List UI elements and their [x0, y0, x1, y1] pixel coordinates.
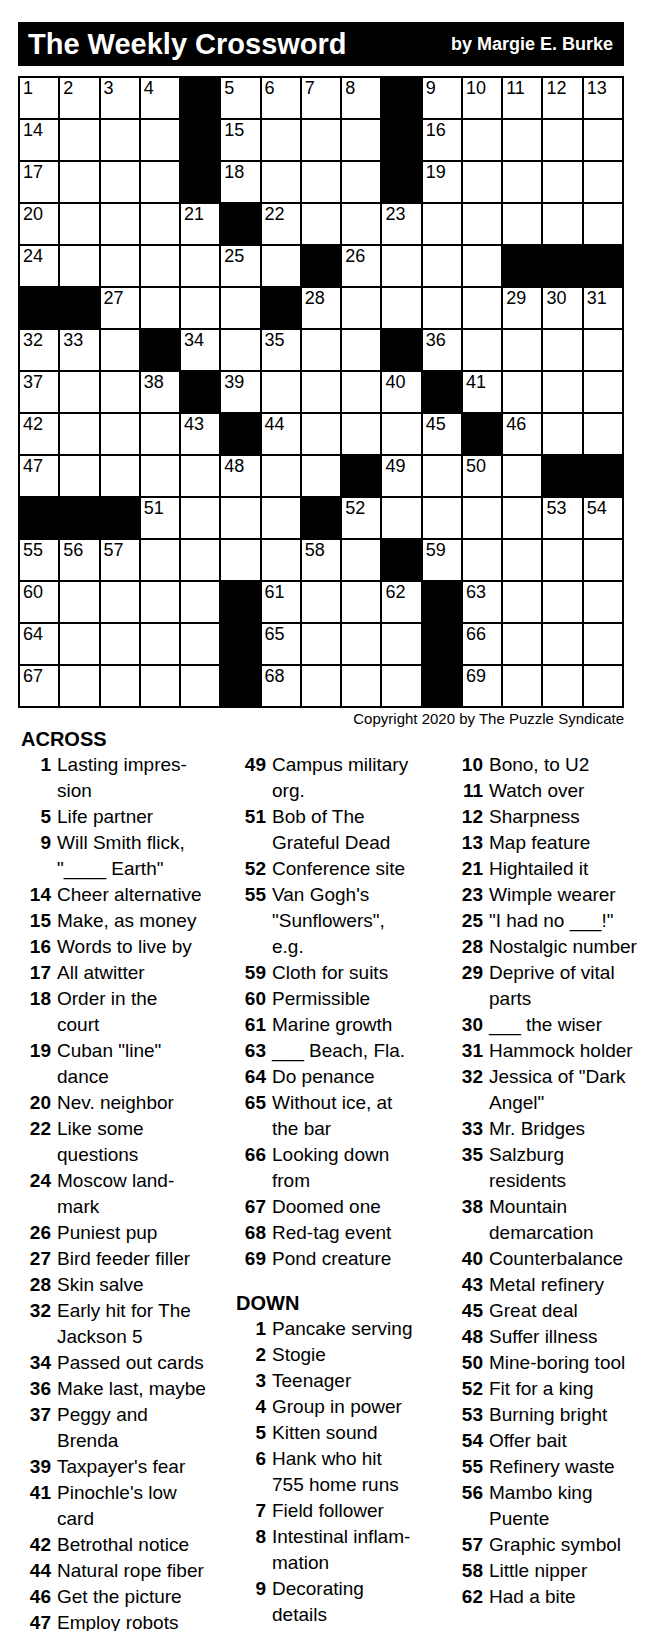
- grid-cell[interactable]: 4: [141, 78, 179, 118]
- clue-text: Puniest pup: [57, 1220, 157, 1246]
- clue-text: Early hit for TheJackson 5: [57, 1298, 191, 1350]
- grid-cell[interactable]: 68: [262, 666, 300, 706]
- grid-cell[interactable]: [181, 582, 219, 622]
- clue-item-down-12: 12Sharpness: [453, 804, 669, 830]
- grid-cell[interactable]: 42: [20, 414, 58, 454]
- grid-cell[interactable]: [141, 582, 179, 622]
- clue-number: 4: [236, 1394, 272, 1420]
- grid-cell[interactable]: 22: [262, 204, 300, 244]
- grid-cell[interactable]: [503, 666, 541, 706]
- cell-number: 65: [265, 625, 285, 644]
- grid-cell[interactable]: [101, 330, 139, 370]
- grid-cell[interactable]: [543, 582, 581, 622]
- cell-number: 1: [23, 79, 33, 98]
- clue-text: Offer bait: [489, 1428, 567, 1454]
- grid-cell[interactable]: 2: [60, 78, 98, 118]
- grid-cell[interactable]: [101, 204, 139, 244]
- grid-cell[interactable]: [463, 204, 501, 244]
- grid-cell[interactable]: [342, 288, 380, 328]
- grid-cell[interactable]: 56: [60, 540, 98, 580]
- grid-cell[interactable]: 69: [463, 666, 501, 706]
- clue-text: "I had no ___!": [489, 908, 613, 934]
- grid-cell[interactable]: [141, 414, 179, 454]
- grid-cell[interactable]: [302, 666, 340, 706]
- grid-cell[interactable]: [543, 666, 581, 706]
- clue-item-across-42: 42Betrothal notice: [21, 1532, 234, 1558]
- grid-cell[interactable]: 39: [221, 372, 259, 412]
- clue-item-down-10: 10Bono, to U2: [453, 752, 669, 778]
- clue-item-down-38: 38Mountaindemarcation: [453, 1194, 669, 1246]
- cell-number: 32: [23, 331, 43, 350]
- grid-cell[interactable]: [543, 372, 581, 412]
- grid-cell[interactable]: 61: [262, 582, 300, 622]
- clue-item-across-68: 68Red-tag event: [236, 1220, 451, 1246]
- grid-cell[interactable]: [463, 540, 501, 580]
- clue-number: 32: [453, 1064, 489, 1116]
- grid-cell[interactable]: 63: [463, 582, 501, 622]
- grid-cell[interactable]: [60, 456, 98, 496]
- clue-number: 52: [453, 1376, 489, 1402]
- grid-cell[interactable]: [101, 624, 139, 664]
- grid-cell[interactable]: [60, 204, 98, 244]
- clue-number: 22: [21, 1116, 57, 1168]
- clue-text: Get the picture: [57, 1584, 182, 1610]
- grid-cell[interactable]: 50: [463, 456, 501, 496]
- grid-cell[interactable]: [584, 372, 622, 412]
- grid-cell[interactable]: 51: [141, 498, 179, 538]
- grid-cell[interactable]: 16: [423, 120, 461, 160]
- clue-number: 65: [236, 1090, 272, 1142]
- grid-cell[interactable]: [382, 414, 420, 454]
- grid-cell[interactable]: [463, 162, 501, 202]
- grid-cell[interactable]: 48: [221, 456, 259, 496]
- grid-cell[interactable]: [181, 498, 219, 538]
- grid-cell[interactable]: [463, 246, 501, 286]
- clue-item-across-69: 69Pond creature: [236, 1246, 451, 1272]
- clue-number: 56: [453, 1480, 489, 1532]
- grid-cell[interactable]: 52: [342, 498, 380, 538]
- clue-item-across-37: 37Peggy andBrenda: [21, 1402, 234, 1454]
- black-cell: [382, 120, 420, 160]
- grid-cell[interactable]: [181, 624, 219, 664]
- clue-item-across-24: 24Moscow land-mark: [21, 1168, 234, 1220]
- clue-number: 66: [236, 1142, 272, 1194]
- grid-cell[interactable]: 25: [221, 246, 259, 286]
- clue-text: Field follower: [272, 1498, 384, 1524]
- clue-item-down-29: 29Deprive of vitalparts: [453, 960, 669, 1012]
- grid-cell[interactable]: [543, 204, 581, 244]
- grid-cell[interactable]: [342, 120, 380, 160]
- grid-cell[interactable]: [584, 204, 622, 244]
- cell-number: 45: [426, 415, 446, 434]
- grid-cell[interactable]: 9: [423, 78, 461, 118]
- black-cell: [423, 624, 461, 664]
- cell-number: 17: [23, 163, 43, 182]
- grid-cell[interactable]: [584, 330, 622, 370]
- grid-cell[interactable]: [584, 624, 622, 664]
- grid-cell[interactable]: 60: [20, 582, 58, 622]
- grid-cell[interactable]: [382, 288, 420, 328]
- grid-cell[interactable]: [101, 456, 139, 496]
- grid-cell[interactable]: 59: [423, 540, 461, 580]
- grid-cell[interactable]: [302, 162, 340, 202]
- grid-cell[interactable]: 29: [503, 288, 541, 328]
- grid-cell[interactable]: [543, 540, 581, 580]
- clue-number: 5: [236, 1420, 272, 1446]
- cell-number: 66: [466, 625, 486, 644]
- grid-cell[interactable]: [342, 372, 380, 412]
- grid-cell[interactable]: [60, 120, 98, 160]
- grid-cell[interactable]: 57: [101, 540, 139, 580]
- grid-cell[interactable]: 65: [262, 624, 300, 664]
- grid-cell[interactable]: [141, 246, 179, 286]
- grid-cell[interactable]: [584, 540, 622, 580]
- grid-cell[interactable]: [342, 414, 380, 454]
- grid-cell[interactable]: [382, 624, 420, 664]
- grid-cell[interactable]: 24: [20, 246, 58, 286]
- grid-cell[interactable]: 20: [20, 204, 58, 244]
- clue-number: 2: [236, 1342, 272, 1368]
- grid-cell[interactable]: 30: [543, 288, 581, 328]
- grid-cell[interactable]: 11: [503, 78, 541, 118]
- grid-cell[interactable]: 12: [543, 78, 581, 118]
- grid-cell[interactable]: [141, 288, 179, 328]
- clue-text: Words to live by: [57, 934, 192, 960]
- grid-cell[interactable]: [221, 540, 259, 580]
- black-cell: [342, 456, 380, 496]
- grid-cell[interactable]: 55: [20, 540, 58, 580]
- grid-cell[interactable]: [543, 624, 581, 664]
- black-cell: [221, 624, 259, 664]
- clue-item-down-8: 8Intestinal inflam-mation: [236, 1524, 451, 1576]
- grid-cell[interactable]: 41: [463, 372, 501, 412]
- clue-text: Jessica of "DarkAngel": [489, 1064, 626, 1116]
- grid-cell[interactable]: [584, 414, 622, 454]
- grid-cell[interactable]: [101, 666, 139, 706]
- grid-cell[interactable]: [463, 120, 501, 160]
- grid-cell[interactable]: [60, 162, 98, 202]
- clue-text: Suffer illness: [489, 1324, 597, 1350]
- grid-cell[interactable]: [503, 456, 541, 496]
- grid-cell[interactable]: [302, 330, 340, 370]
- grid-cell[interactable]: 31: [584, 288, 622, 328]
- grid-cell[interactable]: [382, 498, 420, 538]
- grid-cell[interactable]: [141, 456, 179, 496]
- grid-cell[interactable]: 40: [382, 372, 420, 412]
- grid-cell[interactable]: [543, 330, 581, 370]
- grid-cell[interactable]: [584, 120, 622, 160]
- cell-number: 39: [224, 373, 244, 392]
- grid-cell[interactable]: [101, 246, 139, 286]
- clue-text: Pancake serving: [272, 1316, 412, 1342]
- grid-cell[interactable]: 38: [141, 372, 179, 412]
- clue-text: Passed out cards: [57, 1350, 204, 1376]
- clue-number: 62: [453, 1584, 489, 1610]
- grid-cell[interactable]: 26: [342, 246, 380, 286]
- grid-cell[interactable]: [584, 666, 622, 706]
- grid-cell[interactable]: [302, 624, 340, 664]
- grid-cell[interactable]: [503, 330, 541, 370]
- clue-list-header-across: ACROSS: [21, 726, 234, 752]
- clue-text: Campus militaryorg.: [272, 752, 408, 804]
- grid-cell[interactable]: [463, 330, 501, 370]
- grid-cell[interactable]: [382, 666, 420, 706]
- clue-number: 3: [236, 1368, 272, 1394]
- grid-cell[interactable]: 7: [302, 78, 340, 118]
- cell-number: 46: [506, 415, 526, 434]
- grid-cell[interactable]: 35: [262, 330, 300, 370]
- grid-cell[interactable]: [141, 666, 179, 706]
- grid-cell[interactable]: 67: [20, 666, 58, 706]
- clue-item-across-28: 28Skin salve: [21, 1272, 234, 1298]
- grid-cell[interactable]: [302, 582, 340, 622]
- cell-number: 55: [23, 541, 43, 560]
- clue-item-across-44: 44Natural rope fiber: [21, 1558, 234, 1584]
- grid-cell[interactable]: 3: [101, 78, 139, 118]
- grid-cell[interactable]: [141, 162, 179, 202]
- grid-cell[interactable]: 49: [382, 456, 420, 496]
- cell-number: 50: [466, 457, 486, 476]
- grid-cell[interactable]: [141, 204, 179, 244]
- grid-cell[interactable]: [141, 120, 179, 160]
- grid-cell[interactable]: 17: [20, 162, 58, 202]
- clue-text: Employ robots: [57, 1610, 178, 1631]
- clue-item-down-2: 2Stogie: [236, 1342, 451, 1368]
- grid-cell[interactable]: [503, 540, 541, 580]
- grid-cell[interactable]: [463, 498, 501, 538]
- cell-number: 24: [23, 247, 43, 266]
- clue-text: Nev. neighbor: [57, 1090, 174, 1116]
- grid-cell[interactable]: 66: [463, 624, 501, 664]
- clue-item-across-41: 41Pinochle's lowcard: [21, 1480, 234, 1532]
- grid-cell[interactable]: [342, 582, 380, 622]
- grid-cell[interactable]: [342, 666, 380, 706]
- clue-item-across-59: 59Cloth for suits: [236, 960, 451, 986]
- cell-number: 4: [144, 79, 154, 98]
- cell-number: 16: [426, 121, 446, 140]
- grid-cell[interactable]: [262, 162, 300, 202]
- clue-item-down-25: 25"I had no ___!": [453, 908, 669, 934]
- grid-cell[interactable]: [262, 246, 300, 286]
- grid-cell[interactable]: 45: [423, 414, 461, 454]
- grid-cell[interactable]: 54: [584, 498, 622, 538]
- grid-cell[interactable]: [584, 162, 622, 202]
- grid-cell[interactable]: [60, 414, 98, 454]
- clue-item-down-31: 31Hammock holder: [453, 1038, 669, 1064]
- grid-cell[interactable]: [503, 120, 541, 160]
- clue-number: 24: [21, 1168, 57, 1220]
- clue-number: 57: [453, 1532, 489, 1558]
- grid-cell[interactable]: [503, 204, 541, 244]
- clue-item-down-62: 62Had a bite: [453, 1584, 669, 1610]
- cell-number: 21: [184, 205, 204, 224]
- grid-cell[interactable]: 1: [20, 78, 58, 118]
- clue-number: 41: [21, 1480, 57, 1532]
- clue-text: Mr. Bridges: [489, 1116, 585, 1142]
- grid-cell[interactable]: [503, 162, 541, 202]
- grid-cell[interactable]: [342, 540, 380, 580]
- clue-text: Teenager: [272, 1368, 351, 1394]
- grid-cell[interactable]: [302, 456, 340, 496]
- grid-cell[interactable]: 46: [503, 414, 541, 454]
- clue-item-across-27: 27Bird feeder filler: [21, 1246, 234, 1272]
- grid-cell[interactable]: [101, 414, 139, 454]
- grid-cell[interactable]: [181, 540, 219, 580]
- grid-cell[interactable]: 34: [181, 330, 219, 370]
- cell-number: 58: [305, 541, 325, 560]
- grid-cell[interactable]: [463, 288, 501, 328]
- grid-cell[interactable]: [60, 246, 98, 286]
- grid-cell[interactable]: [262, 372, 300, 412]
- clue-text: Betrothal notice: [57, 1532, 189, 1558]
- grid-cell[interactable]: [302, 120, 340, 160]
- grid-cell[interactable]: [302, 414, 340, 454]
- clue-column-2: 49Campus militaryorg.51Bob of TheGratefu…: [236, 726, 451, 1628]
- cell-number: 57: [104, 541, 124, 560]
- grid-cell[interactable]: [342, 204, 380, 244]
- grid-cell[interactable]: 15: [221, 120, 259, 160]
- grid-cell[interactable]: 62: [382, 582, 420, 622]
- cell-number: 38: [144, 373, 164, 392]
- clue-item-across-15: 15Make, as money: [21, 908, 234, 934]
- grid-cell[interactable]: [503, 372, 541, 412]
- grid-cell[interactable]: 10: [463, 78, 501, 118]
- clue-item-across-64: 64Do penance: [236, 1064, 451, 1090]
- clue-text: Hammock holder: [489, 1038, 633, 1064]
- clue-number: 61: [236, 1012, 272, 1038]
- grid-cell[interactable]: [181, 288, 219, 328]
- grid-cell[interactable]: [382, 246, 420, 286]
- clue-column-3: 10Bono, to U211Watch over12Sharpness13Ma…: [453, 726, 669, 1610]
- page-title: The Weekly Crossword: [28, 28, 347, 61]
- clue-text: Mountaindemarcation: [489, 1194, 594, 1246]
- grid-cell[interactable]: 21: [181, 204, 219, 244]
- clue-item-across-34: 34Passed out cards: [21, 1350, 234, 1376]
- grid-cell[interactable]: [101, 120, 139, 160]
- grid-cell[interactable]: 23: [382, 204, 420, 244]
- grid-cell[interactable]: [101, 582, 139, 622]
- grid-cell[interactable]: 28: [302, 288, 340, 328]
- clue-item-across-66: 66Looking downfrom: [236, 1142, 451, 1194]
- grid-cell[interactable]: [221, 330, 259, 370]
- grid-cell[interactable]: [503, 498, 541, 538]
- grid-cell[interactable]: [342, 624, 380, 664]
- grid-cell[interactable]: [543, 120, 581, 160]
- grid-cell[interactable]: [60, 372, 98, 412]
- cell-number: 22: [265, 205, 285, 224]
- grid-cell[interactable]: 5: [221, 78, 259, 118]
- grid-cell[interactable]: [262, 498, 300, 538]
- grid-cell[interactable]: 33: [60, 330, 98, 370]
- clue-number: 37: [21, 1402, 57, 1454]
- grid-cell[interactable]: [181, 456, 219, 496]
- clue-text: Bird feeder filler: [57, 1246, 190, 1272]
- grid-cell[interactable]: 32: [20, 330, 58, 370]
- clue-item-across-51: 51Bob of TheGrateful Dead: [236, 804, 451, 856]
- clue-number: 42: [21, 1532, 57, 1558]
- cell-number: 5: [224, 79, 234, 98]
- grid-cell[interactable]: 19: [423, 162, 461, 202]
- grid-cell[interactable]: 8: [342, 78, 380, 118]
- grid-cell[interactable]: [60, 582, 98, 622]
- grid-cell[interactable]: 53: [543, 498, 581, 538]
- black-cell: [382, 78, 420, 118]
- grid-cell[interactable]: [101, 162, 139, 202]
- grid-cell[interactable]: [423, 204, 461, 244]
- grid-cell[interactable]: [141, 540, 179, 580]
- grid-cell[interactable]: [221, 288, 259, 328]
- grid-cell[interactable]: [543, 162, 581, 202]
- grid-cell[interactable]: 43: [181, 414, 219, 454]
- clue-item-across-63: 63___ Beach, Fla.: [236, 1038, 451, 1064]
- grid-cell[interactable]: [423, 456, 461, 496]
- grid-cell[interactable]: [60, 624, 98, 664]
- grid-cell[interactable]: [141, 624, 179, 664]
- grid-cell[interactable]: [543, 414, 581, 454]
- grid-cell[interactable]: 47: [20, 456, 58, 496]
- grid-cell[interactable]: 18: [221, 162, 259, 202]
- black-cell: [382, 162, 420, 202]
- grid-cell[interactable]: [503, 624, 541, 664]
- grid-cell[interactable]: [181, 246, 219, 286]
- clue-number: 19: [21, 1038, 57, 1090]
- grid-cell[interactable]: 44: [262, 414, 300, 454]
- clue-item-across-67: 67Doomed one: [236, 1194, 451, 1220]
- grid-cell[interactable]: 27: [101, 288, 139, 328]
- clue-number: 21: [453, 856, 489, 882]
- grid-cell[interactable]: [181, 666, 219, 706]
- black-cell: [20, 498, 58, 538]
- grid-cell[interactable]: [60, 666, 98, 706]
- cell-number: 6: [265, 79, 275, 98]
- grid-cell[interactable]: [262, 540, 300, 580]
- grid-cell[interactable]: [302, 204, 340, 244]
- clue-item-across-16: 16Words to live by: [21, 934, 234, 960]
- grid-cell[interactable]: [584, 582, 622, 622]
- cell-number: 23: [385, 205, 405, 224]
- clue-number: 31: [453, 1038, 489, 1064]
- clue-number: 14: [21, 882, 57, 908]
- clue-number: 15: [21, 908, 57, 934]
- grid-cell[interactable]: 13: [584, 78, 622, 118]
- clue-text: Decoratingdetails: [272, 1576, 364, 1628]
- grid-cell[interactable]: [262, 120, 300, 160]
- cell-number: 8: [345, 79, 355, 98]
- clue-item-across-1: 1Lasting impres-sion: [21, 752, 234, 804]
- clue-text: Bob of TheGrateful Dead: [272, 804, 390, 856]
- grid-cell[interactable]: [423, 498, 461, 538]
- grid-cell[interactable]: 36: [423, 330, 461, 370]
- grid-cell[interactable]: [423, 246, 461, 286]
- grid-cell[interactable]: 37: [20, 372, 58, 412]
- grid-cell[interactable]: [342, 162, 380, 202]
- grid-cell[interactable]: 64: [20, 624, 58, 664]
- grid-cell[interactable]: [342, 330, 380, 370]
- grid-cell[interactable]: [423, 288, 461, 328]
- grid-cell[interactable]: 14: [20, 120, 58, 160]
- cell-number: 37: [23, 373, 43, 392]
- grid-cell[interactable]: [262, 456, 300, 496]
- grid-cell[interactable]: [302, 372, 340, 412]
- grid-cell[interactable]: [221, 498, 259, 538]
- clue-item-down-32: 32Jessica of "DarkAngel": [453, 1064, 669, 1116]
- grid-cell[interactable]: 58: [302, 540, 340, 580]
- grid-cell[interactable]: 6: [262, 78, 300, 118]
- grid-cell[interactable]: [101, 372, 139, 412]
- cell-number: 20: [23, 205, 43, 224]
- clue-number: 45: [453, 1298, 489, 1324]
- grid-cell[interactable]: [503, 582, 541, 622]
